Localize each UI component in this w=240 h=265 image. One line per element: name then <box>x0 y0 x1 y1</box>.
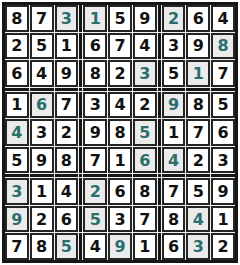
block-separator <box>158 178 161 205</box>
block-separator <box>79 60 82 87</box>
block-separator <box>158 206 161 233</box>
sudoku-cell-r9c8[interactable]: 3 <box>186 233 210 260</box>
block-separator <box>158 92 161 119</box>
sudoku-board: 8731592642516743986498235171673429854329… <box>2 2 238 263</box>
sudoku-cell-r8c7[interactable]: 8 <box>162 206 186 233</box>
sudoku-cell-r9c7[interactable]: 6 <box>162 233 186 260</box>
sudoku-cell-r3c2[interactable]: 4 <box>30 60 54 87</box>
sudoku-cell-r7c2[interactable]: 1 <box>30 178 54 205</box>
sudoku-cell-r3c5[interactable]: 2 <box>108 60 132 87</box>
block-separator <box>79 174 82 177</box>
sudoku-cell-r6c6[interactable]: 6 <box>133 147 157 174</box>
sudoku-cell-r6c1[interactable]: 5 <box>5 147 29 174</box>
block-separator <box>158 119 161 146</box>
block-separator <box>79 119 82 146</box>
sudoku-cell-r1c2[interactable]: 7 <box>30 5 54 32</box>
sudoku-cell-r8c2[interactable]: 2 <box>30 206 54 233</box>
sudoku-cell-r2c1[interactable]: 2 <box>5 33 29 60</box>
block-separator <box>158 33 161 60</box>
sudoku-cell-r5c4[interactable]: 9 <box>83 119 107 146</box>
sudoku-cell-r2c8[interactable]: 9 <box>186 33 210 60</box>
sudoku-cell-r8c8[interactable]: 4 <box>186 206 210 233</box>
sudoku-cell-r9c9[interactable]: 2 <box>211 233 235 260</box>
block-separator <box>133 174 157 177</box>
sudoku-cell-r4c5[interactable]: 4 <box>108 92 132 119</box>
sudoku-cell-r5c5[interactable]: 8 <box>108 119 132 146</box>
block-separator <box>133 88 157 91</box>
sudoku-cell-r5c1[interactable]: 4 <box>5 119 29 146</box>
block-separator <box>83 88 107 91</box>
sudoku-cell-r7c9[interactable]: 9 <box>211 178 235 205</box>
sudoku-cell-r7c4[interactable]: 2 <box>83 178 107 205</box>
sudoku-cell-r7c1[interactable]: 3 <box>5 178 29 205</box>
block-separator <box>158 174 161 177</box>
block-separator <box>79 233 82 260</box>
sudoku-cell-r5c9[interactable]: 6 <box>211 119 235 146</box>
sudoku-cell-r9c5[interactable]: 9 <box>108 233 132 260</box>
sudoku-cell-r4c7[interactable]: 9 <box>162 92 186 119</box>
sudoku-cell-r3c8[interactable]: 1 <box>186 60 210 87</box>
sudoku-cell-r4c4[interactable]: 3 <box>83 92 107 119</box>
sudoku-cell-r3c4[interactable]: 8 <box>83 60 107 87</box>
sudoku-cell-r7c5[interactable]: 6 <box>108 178 132 205</box>
sudoku-cell-r7c6[interactable]: 8 <box>133 178 157 205</box>
sudoku-cell-r8c6[interactable]: 7 <box>133 206 157 233</box>
sudoku-cell-r9c6[interactable]: 1 <box>133 233 157 260</box>
sudoku-cell-r2c4[interactable]: 6 <box>83 33 107 60</box>
sudoku-cell-r1c6[interactable]: 9 <box>133 5 157 32</box>
block-separator <box>79 88 82 91</box>
block-separator <box>108 174 132 177</box>
sudoku-cell-r2c5[interactable]: 7 <box>108 33 132 60</box>
sudoku-cell-r8c1[interactable]: 9 <box>5 206 29 233</box>
sudoku-cell-r3c3[interactable]: 9 <box>55 60 79 87</box>
block-separator <box>79 33 82 60</box>
sudoku-cell-r5c3[interactable]: 2 <box>55 119 79 146</box>
sudoku-cell-r1c8[interactable]: 6 <box>186 5 210 32</box>
sudoku-cell-r6c5[interactable]: 1 <box>108 147 132 174</box>
sudoku-board-container: 8731592642516743986498235171673429854329… <box>0 0 240 265</box>
block-separator <box>30 88 54 91</box>
sudoku-cell-r3c9[interactable]: 7 <box>211 60 235 87</box>
sudoku-cell-r4c1[interactable]: 1 <box>5 92 29 119</box>
sudoku-cell-r5c2[interactable]: 3 <box>30 119 54 146</box>
sudoku-cell-r1c4[interactable]: 1 <box>83 5 107 32</box>
sudoku-cell-r1c7[interactable]: 2 <box>162 5 186 32</box>
sudoku-cell-r3c6[interactable]: 3 <box>133 60 157 87</box>
sudoku-cell-r8c5[interactable]: 3 <box>108 206 132 233</box>
sudoku-cell-r1c3[interactable]: 3 <box>55 5 79 32</box>
block-separator <box>186 174 210 177</box>
block-separator <box>211 174 235 177</box>
block-separator <box>55 88 79 91</box>
sudoku-cell-r1c1[interactable]: 8 <box>5 5 29 32</box>
sudoku-cell-r5c7[interactable]: 1 <box>162 119 186 146</box>
sudoku-cell-r4c3[interactable]: 7 <box>55 92 79 119</box>
sudoku-cell-r8c3[interactable]: 6 <box>55 206 79 233</box>
sudoku-cell-r9c1[interactable]: 7 <box>5 233 29 260</box>
sudoku-cell-r9c2[interactable]: 8 <box>30 233 54 260</box>
block-separator <box>211 88 235 91</box>
sudoku-cell-r1c5[interactable]: 5 <box>108 5 132 32</box>
sudoku-cell-r6c8[interactable]: 2 <box>186 147 210 174</box>
sudoku-cell-r4c9[interactable]: 5 <box>211 92 235 119</box>
sudoku-cell-r9c3[interactable]: 5 <box>55 233 79 260</box>
block-separator <box>5 174 29 177</box>
sudoku-cell-r2c3[interactable]: 1 <box>55 33 79 60</box>
sudoku-cell-r2c9[interactable]: 8 <box>211 33 235 60</box>
sudoku-cell-r6c3[interactable]: 8 <box>55 147 79 174</box>
sudoku-cell-r7c3[interactable]: 4 <box>55 178 79 205</box>
sudoku-cell-r5c6[interactable]: 5 <box>133 119 157 146</box>
block-separator <box>79 178 82 205</box>
block-separator <box>158 147 161 174</box>
sudoku-cell-r1c9[interactable]: 4 <box>211 5 235 32</box>
sudoku-cell-r7c7[interactable]: 7 <box>162 178 186 205</box>
sudoku-cell-r6c7[interactable]: 4 <box>162 147 186 174</box>
block-separator <box>162 88 186 91</box>
sudoku-cell-r2c6[interactable]: 4 <box>133 33 157 60</box>
block-separator <box>79 147 82 174</box>
block-separator <box>158 5 161 32</box>
sudoku-cell-r4c8[interactable]: 8 <box>186 92 210 119</box>
block-separator <box>158 233 161 260</box>
block-separator <box>108 88 132 91</box>
block-separator <box>162 174 186 177</box>
sudoku-cell-r9c4[interactable]: 4 <box>83 233 107 260</box>
block-separator <box>55 174 79 177</box>
block-separator <box>158 60 161 87</box>
sudoku-cell-r6c2[interactable]: 9 <box>30 147 54 174</box>
sudoku-cell-r6c4[interactable]: 7 <box>83 147 107 174</box>
block-separator <box>186 88 210 91</box>
sudoku-cell-r7c8[interactable]: 5 <box>186 178 210 205</box>
sudoku-cell-r4c2[interactable]: 6 <box>30 92 54 119</box>
sudoku-cell-r2c7[interactable]: 3 <box>162 33 186 60</box>
block-separator <box>30 174 54 177</box>
sudoku-cell-r5c8[interactable]: 7 <box>186 119 210 146</box>
sudoku-cell-r3c7[interactable]: 5 <box>162 60 186 87</box>
sudoku-cell-r3c1[interactable]: 6 <box>5 60 29 87</box>
block-separator <box>79 206 82 233</box>
block-separator <box>79 92 82 119</box>
sudoku-cell-r8c4[interactable]: 5 <box>83 206 107 233</box>
sudoku-cell-r4c6[interactable]: 2 <box>133 92 157 119</box>
sudoku-cell-r2c2[interactable]: 5 <box>30 33 54 60</box>
sudoku-cell-r8c9[interactable]: 1 <box>211 206 235 233</box>
block-separator <box>5 88 29 91</box>
sudoku-cell-r6c9[interactable]: 3 <box>211 147 235 174</box>
block-separator <box>83 174 107 177</box>
block-separator <box>79 5 82 32</box>
block-separator <box>158 88 161 91</box>
